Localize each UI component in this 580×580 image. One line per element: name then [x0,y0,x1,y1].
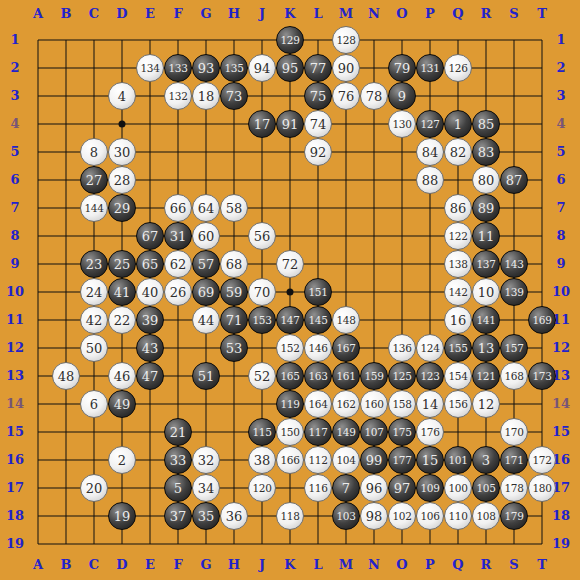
move-number: 21 [170,425,187,440]
star-point [287,289,294,296]
row-label-left-6: 6 [2,173,28,187]
stone-D7[interactable]: 29 [108,194,136,222]
stone-H2[interactable]: 135 [220,54,248,82]
stone-O18[interactable]: 102 [388,502,416,530]
stone-L10[interactable]: 151 [304,278,332,306]
stone-R6[interactable]: 80 [472,166,500,194]
stone-R11[interactable]: 141 [472,306,500,334]
stone-J2[interactable]: 94 [248,54,276,82]
move-number: 127 [421,118,440,130]
stone-F18[interactable]: 37 [164,502,192,530]
col-label-top-C: C [84,7,104,21]
stone-O4[interactable]: 130 [388,110,416,138]
stone-R16[interactable]: 3 [472,446,500,474]
move-number: 84 [422,145,439,160]
stone-B13[interactable]: 48 [52,362,80,390]
row-label-left-3: 3 [2,89,28,103]
move-number: 90 [338,61,355,76]
stone-R9[interactable]: 137 [472,250,500,278]
stone-O16[interactable]: 177 [388,446,416,474]
stone-J10[interactable]: 70 [248,278,276,306]
move-number: 109 [421,482,440,494]
move-number: 8 [90,145,98,160]
move-number: 133 [169,62,188,74]
stone-H12[interactable]: 53 [220,334,248,362]
move-number: 121 [477,370,496,382]
stone-T16[interactable]: 172 [528,446,556,474]
move-number: 79 [394,61,411,76]
stone-M17[interactable]: 7 [332,474,360,502]
move-number: 31 [170,229,187,244]
stone-R5[interactable]: 83 [472,138,500,166]
move-number: 58 [226,201,243,216]
stone-O2[interactable]: 79 [388,54,416,82]
stone-D3[interactable]: 4 [108,82,136,110]
move-number: 154 [449,370,468,382]
move-number: 176 [421,426,440,438]
stone-D14[interactable]: 49 [108,390,136,418]
move-number: 34 [198,481,215,496]
stone-N15[interactable]: 107 [360,418,388,446]
stone-Q13[interactable]: 154 [444,362,472,390]
stone-C17[interactable]: 20 [80,474,108,502]
stone-F3[interactable]: 132 [164,82,192,110]
stone-M14[interactable]: 162 [332,390,360,418]
move-number: 101 [449,454,468,466]
move-number: 143 [505,258,524,270]
move-number: 118 [281,510,300,522]
col-label-bottom-H: H [224,558,244,572]
col-label-bottom-B: B [56,558,76,572]
move-number: 69 [198,285,215,300]
stone-L16[interactable]: 112 [304,446,332,474]
move-number: 128 [337,34,356,46]
stone-C9[interactable]: 23 [80,250,108,278]
move-number: 152 [281,342,300,354]
stone-P4[interactable]: 127 [416,110,444,138]
stone-R4[interactable]: 85 [472,110,500,138]
stone-Q14[interactable]: 156 [444,390,472,418]
col-label-top-T: T [532,7,552,21]
stone-R18[interactable]: 108 [472,502,500,530]
move-number: 134 [141,62,160,74]
stone-O17[interactable]: 97 [388,474,416,502]
col-label-top-O: O [392,7,412,21]
stone-G7[interactable]: 64 [192,194,220,222]
stone-M1[interactable]: 128 [332,26,360,54]
stone-O14[interactable]: 158 [388,390,416,418]
stone-Q17[interactable]: 100 [444,474,472,502]
stone-J17[interactable]: 120 [248,474,276,502]
stone-L11[interactable]: 145 [304,306,332,334]
stone-Q4[interactable]: 1 [444,110,472,138]
stone-G2[interactable]: 93 [192,54,220,82]
move-number: 14 [422,397,439,412]
col-label-top-G: G [196,7,216,21]
move-number: 105 [477,482,496,494]
stone-C12[interactable]: 50 [80,334,108,362]
move-number: 75 [310,89,327,104]
stone-N3[interactable]: 78 [360,82,388,110]
stone-M18[interactable]: 103 [332,502,360,530]
row-label-right-15: 15 [548,425,574,439]
stone-S13[interactable]: 168 [500,362,528,390]
stone-K1[interactable]: 129 [276,26,304,54]
move-number: 29 [114,201,131,216]
move-number: 132 [169,90,188,102]
stone-G16[interactable]: 32 [192,446,220,474]
stone-L2[interactable]: 77 [304,54,332,82]
stone-H3[interactable]: 73 [220,82,248,110]
stone-J8[interactable]: 56 [248,222,276,250]
stone-N13[interactable]: 159 [360,362,388,390]
stone-F9[interactable]: 62 [164,250,192,278]
stone-G13[interactable]: 51 [192,362,220,390]
stone-Q7[interactable]: 86 [444,194,472,222]
stone-M15[interactable]: 149 [332,418,360,446]
stone-D18[interactable]: 19 [108,502,136,530]
move-number: 5 [174,481,182,496]
stone-Q10[interactable]: 142 [444,278,472,306]
stone-F15[interactable]: 21 [164,418,192,446]
stone-E11[interactable]: 39 [136,306,164,334]
col-label-bottom-M: M [336,558,356,572]
stone-T13[interactable]: 173 [528,362,556,390]
stone-G3[interactable]: 18 [192,82,220,110]
stone-Q12[interactable]: 155 [444,334,472,362]
stone-R14[interactable]: 12 [472,390,500,418]
move-number: 16 [450,313,467,328]
stone-D16[interactable]: 2 [108,446,136,474]
stone-P12[interactable]: 124 [416,334,444,362]
stone-J13[interactable]: 52 [248,362,276,390]
move-number: 10 [478,285,495,300]
stone-C7[interactable]: 144 [80,194,108,222]
row-label-left-13: 13 [2,369,28,383]
stone-C6[interactable]: 27 [80,166,108,194]
move-number: 119 [281,398,300,410]
stone-P13[interactable]: 123 [416,362,444,390]
stone-D9[interactable]: 25 [108,250,136,278]
stone-L3[interactable]: 75 [304,82,332,110]
move-number: 123 [421,370,440,382]
stone-F17[interactable]: 5 [164,474,192,502]
move-number: 94 [254,61,271,76]
move-number: 108 [477,510,496,522]
stone-E9[interactable]: 65 [136,250,164,278]
col-label-top-E: E [140,7,160,21]
col-label-top-P: P [420,7,440,21]
stone-H7[interactable]: 58 [220,194,248,222]
stone-J16[interactable]: 38 [248,446,276,474]
move-number: 83 [478,145,495,160]
stone-D5[interactable]: 30 [108,138,136,166]
move-number: 160 [365,398,384,410]
stone-R10[interactable]: 10 [472,278,500,306]
move-number: 122 [449,230,468,242]
move-number: 103 [337,510,356,522]
stone-G8[interactable]: 60 [192,222,220,250]
stone-P6[interactable]: 88 [416,166,444,194]
move-number: 117 [309,426,328,438]
stone-S16[interactable]: 171 [500,446,528,474]
stone-L4[interactable]: 74 [304,110,332,138]
stone-L14[interactable]: 164 [304,390,332,418]
move-number: 15 [422,453,439,468]
col-label-bottom-G: G [196,558,216,572]
stone-Q16[interactable]: 101 [444,446,472,474]
col-label-bottom-T: T [532,558,552,572]
row-label-left-2: 2 [2,61,28,75]
stone-J15[interactable]: 115 [248,418,276,446]
col-label-top-L: L [308,7,328,21]
col-label-bottom-J: J [252,558,272,572]
stone-K4[interactable]: 91 [276,110,304,138]
move-number: 149 [337,426,356,438]
stone-M12[interactable]: 167 [332,334,360,362]
move-number: 138 [449,258,468,270]
move-number: 23 [86,257,103,272]
col-label-bottom-Q: Q [448,558,468,572]
stone-K13[interactable]: 165 [276,362,304,390]
move-number: 169 [533,314,552,326]
stone-F10[interactable]: 26 [164,278,192,306]
stone-K12[interactable]: 152 [276,334,304,362]
stone-Q8[interactable]: 122 [444,222,472,250]
stone-S15[interactable]: 170 [500,418,528,446]
move-number: 43 [142,341,159,356]
stone-P18[interactable]: 106 [416,502,444,530]
move-number: 156 [449,398,468,410]
stone-C11[interactable]: 42 [80,306,108,334]
move-number: 73 [226,89,243,104]
stone-R7[interactable]: 89 [472,194,500,222]
move-number: 102 [393,510,412,522]
move-number: 161 [337,370,356,382]
move-number: 32 [198,453,215,468]
move-number: 71 [226,313,243,328]
stone-F16[interactable]: 33 [164,446,192,474]
move-number: 18 [198,89,215,104]
stone-T17[interactable]: 180 [528,474,556,502]
move-number: 144 [85,202,104,214]
stone-M3[interactable]: 76 [332,82,360,110]
col-label-bottom-F: F [168,558,188,572]
move-number: 131 [421,62,440,74]
row-label-left-7: 7 [2,201,28,215]
stone-T11[interactable]: 169 [528,306,556,334]
col-label-bottom-A: A [28,558,48,572]
stone-D10[interactable]: 41 [108,278,136,306]
stone-M16[interactable]: 104 [332,446,360,474]
move-number: 51 [198,369,215,384]
move-number: 72 [282,257,299,272]
stone-D11[interactable]: 22 [108,306,136,334]
move-number: 98 [366,509,383,524]
move-number: 100 [449,482,468,494]
move-number: 167 [337,342,356,354]
stone-G9[interactable]: 57 [192,250,220,278]
move-number: 97 [394,481,411,496]
col-label-bottom-S: S [504,558,524,572]
stone-Q5[interactable]: 82 [444,138,472,166]
stone-R12[interactable]: 13 [472,334,500,362]
stone-E13[interactable]: 47 [136,362,164,390]
row-label-right-4: 4 [548,117,574,131]
row-label-left-1: 1 [2,33,28,47]
stone-L13[interactable]: 163 [304,362,332,390]
move-number: 163 [309,370,328,382]
stone-J11[interactable]: 153 [248,306,276,334]
stone-N14[interactable]: 160 [360,390,388,418]
move-number: 24 [86,285,103,300]
stone-G10[interactable]: 69 [192,278,220,306]
move-number: 95 [282,61,299,76]
move-number: 13 [478,341,495,356]
stone-Q9[interactable]: 138 [444,250,472,278]
stone-K18[interactable]: 118 [276,502,304,530]
move-number: 44 [198,313,215,328]
stone-Q2[interactable]: 126 [444,54,472,82]
move-number: 155 [449,342,468,354]
move-number: 19 [114,509,131,524]
move-number: 129 [281,34,300,46]
move-number: 171 [505,454,524,466]
stone-L12[interactable]: 146 [304,334,332,362]
stone-R13[interactable]: 121 [472,362,500,390]
move-number: 87 [506,173,523,188]
col-label-bottom-C: C [84,558,104,572]
stone-R17[interactable]: 105 [472,474,500,502]
move-number: 50 [86,341,103,356]
stone-O3[interactable]: 9 [388,82,416,110]
stone-C14[interactable]: 6 [80,390,108,418]
stone-O15[interactable]: 175 [388,418,416,446]
move-number: 162 [337,398,356,410]
col-label-top-R: R [476,7,496,21]
stone-O13[interactable]: 125 [388,362,416,390]
stone-P2[interactable]: 131 [416,54,444,82]
move-number: 93 [198,61,215,76]
move-number: 70 [254,285,271,300]
stone-P5[interactable]: 84 [416,138,444,166]
col-label-top-H: H [224,7,244,21]
stone-P16[interactable]: 15 [416,446,444,474]
stone-M11[interactable]: 148 [332,306,360,334]
move-number: 67 [142,229,159,244]
move-number: 130 [393,118,412,130]
stone-H11[interactable]: 71 [220,306,248,334]
move-number: 150 [281,426,300,438]
stone-D6[interactable]: 28 [108,166,136,194]
stone-S6[interactable]: 87 [500,166,528,194]
stone-M13[interactable]: 161 [332,362,360,390]
stone-E10[interactable]: 40 [136,278,164,306]
stone-S10[interactable]: 139 [500,278,528,306]
move-number: 78 [366,89,383,104]
stone-K15[interactable]: 150 [276,418,304,446]
stone-G17[interactable]: 34 [192,474,220,502]
stone-S9[interactable]: 143 [500,250,528,278]
row-label-right-6: 6 [548,173,574,187]
go-board[interactable]: AABBCCDDEEFFGGHHJJKKLLMMNNOOPPQQRRSSTT11… [0,0,580,580]
stone-S12[interactable]: 157 [500,334,528,362]
stone-F8[interactable]: 31 [164,222,192,250]
col-label-top-Q: Q [448,7,468,21]
move-number: 168 [505,370,524,382]
stone-K9[interactable]: 72 [276,250,304,278]
move-number: 42 [86,313,103,328]
stone-K16[interactable]: 166 [276,446,304,474]
move-number: 1 [454,117,462,132]
stone-O12[interactable]: 136 [388,334,416,362]
stone-E8[interactable]: 67 [136,222,164,250]
stone-K11[interactable]: 147 [276,306,304,334]
stone-J4[interactable]: 17 [248,110,276,138]
stone-K14[interactable]: 119 [276,390,304,418]
stone-F7[interactable]: 66 [164,194,192,222]
move-number: 179 [505,510,524,522]
stone-P15[interactable]: 176 [416,418,444,446]
stone-L15[interactable]: 117 [304,418,332,446]
row-label-left-19: 19 [2,537,28,551]
stone-S17[interactable]: 178 [500,474,528,502]
stone-Q11[interactable]: 16 [444,306,472,334]
stone-Q18[interactable]: 110 [444,502,472,530]
stone-L17[interactable]: 116 [304,474,332,502]
move-number: 49 [114,397,131,412]
stone-L5[interactable]: 92 [304,138,332,166]
stone-G18[interactable]: 35 [192,502,220,530]
stone-H18[interactable]: 36 [220,502,248,530]
stone-E12[interactable]: 43 [136,334,164,362]
stone-M2[interactable]: 90 [332,54,360,82]
stone-P17[interactable]: 109 [416,474,444,502]
move-number: 22 [114,313,131,328]
stone-S18[interactable]: 179 [500,502,528,530]
move-number: 53 [226,341,243,356]
row-label-left-15: 15 [2,425,28,439]
move-number: 125 [393,370,412,382]
stone-P14[interactable]: 14 [416,390,444,418]
move-number: 11 [478,229,495,244]
stone-G11[interactable]: 44 [192,306,220,334]
stone-C5[interactable]: 8 [80,138,108,166]
move-number: 135 [225,62,244,74]
stone-H9[interactable]: 68 [220,250,248,278]
stone-C10[interactable]: 24 [80,278,108,306]
row-label-right-7: 7 [548,201,574,215]
stone-N16[interactable]: 99 [360,446,388,474]
stone-D13[interactable]: 46 [108,362,136,390]
stone-N17[interactable]: 96 [360,474,388,502]
stone-H10[interactable]: 59 [220,278,248,306]
stone-N18[interactable]: 98 [360,502,388,530]
col-label-top-A: A [28,7,48,21]
move-number: 60 [198,229,215,244]
row-label-left-4: 4 [2,117,28,131]
move-number: 40 [142,285,159,300]
move-number: 170 [505,426,524,438]
stone-E2[interactable]: 134 [136,54,164,82]
move-number: 48 [58,369,75,384]
stone-K2[interactable]: 95 [276,54,304,82]
stone-F2[interactable]: 133 [164,54,192,82]
move-number: 158 [393,398,412,410]
stone-R8[interactable]: 11 [472,222,500,250]
move-number: 36 [226,509,243,524]
move-number: 74 [310,117,327,132]
